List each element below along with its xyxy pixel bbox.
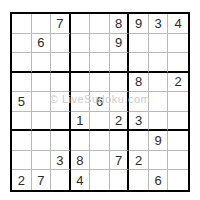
- sudoku-cell-r9c7[interactable]: [129, 170, 149, 190]
- sudoku-screen: © LiveSudoku.com 78934698256123938722746: [0, 0, 200, 200]
- given-digit: 1: [76, 114, 83, 127]
- sudoku-cell-r8c1[interactable]: [12, 151, 32, 171]
- sudoku-cell-r2c6[interactable]: 9: [110, 34, 130, 54]
- sudoku-cell-r7c3[interactable]: [51, 131, 71, 151]
- given-digit: 8: [76, 154, 83, 167]
- sudoku-cell-r5c5[interactable]: 6: [90, 92, 110, 112]
- sudoku-cell-r1c2[interactable]: [32, 14, 52, 34]
- given-digit: 6: [155, 174, 162, 187]
- sudoku-cell-r3c9[interactable]: [168, 53, 188, 73]
- sudoku-cell-r5c1[interactable]: 5: [12, 92, 32, 112]
- sudoku-cell-r6c5[interactable]: [90, 112, 110, 132]
- sudoku-cell-r9c4[interactable]: 4: [71, 170, 91, 190]
- sudoku-cell-r6c4[interactable]: 1: [71, 112, 91, 132]
- sudoku-cell-r8c9[interactable]: [168, 151, 188, 171]
- sudoku-cell-r6c8[interactable]: [149, 112, 169, 132]
- sudoku-board: 78934698256123938722746: [10, 12, 190, 192]
- sudoku-cell-r8c2[interactable]: [32, 151, 52, 171]
- sudoku-cell-r5c9[interactable]: [168, 92, 188, 112]
- sudoku-cell-r9c6[interactable]: [110, 170, 130, 190]
- given-digit: 9: [135, 17, 142, 30]
- sudoku-cell-r7c6[interactable]: [110, 131, 130, 151]
- sudoku-cell-r3c5[interactable]: [90, 53, 110, 73]
- given-digit: 6: [37, 36, 44, 49]
- sudoku-cell-r2c2[interactable]: 6: [32, 34, 52, 54]
- sudoku-cell-r5c6[interactable]: [110, 92, 130, 112]
- sudoku-cell-r3c6[interactable]: [110, 53, 130, 73]
- sudoku-cell-r4c8[interactable]: [149, 73, 169, 93]
- sudoku-cell-r1c6[interactable]: 8: [110, 14, 130, 34]
- sudoku-cell-r3c4[interactable]: [71, 53, 91, 73]
- given-digit: 2: [18, 174, 25, 187]
- sudoku-cell-r4c7[interactable]: 8: [129, 73, 149, 93]
- sudoku-cell-r6c6[interactable]: 2: [110, 112, 130, 132]
- sudoku-cell-r7c2[interactable]: [32, 131, 52, 151]
- sudoku-cell-r4c5[interactable]: [90, 73, 110, 93]
- given-digit: 4: [76, 174, 83, 187]
- sudoku-cell-r2c4[interactable]: [71, 34, 91, 54]
- sudoku-cell-r9c3[interactable]: [51, 170, 71, 190]
- sudoku-cell-r2c7[interactable]: [129, 34, 149, 54]
- given-digit: 3: [155, 17, 162, 30]
- sudoku-cell-r1c3[interactable]: 7: [51, 14, 71, 34]
- sudoku-cell-r6c7[interactable]: 3: [129, 112, 149, 132]
- sudoku-cell-r5c2[interactable]: [32, 92, 52, 112]
- sudoku-cell-r2c8[interactable]: [149, 34, 169, 54]
- sudoku-cell-r1c7[interactable]: 9: [129, 14, 149, 34]
- sudoku-cell-r8c8[interactable]: [149, 151, 169, 171]
- given-digit: 7: [115, 154, 122, 167]
- sudoku-cell-r2c5[interactable]: [90, 34, 110, 54]
- given-digit: 2: [135, 154, 142, 167]
- given-digit: 2: [175, 75, 182, 88]
- sudoku-cell-r6c1[interactable]: [12, 112, 32, 132]
- sudoku-cell-r7c4[interactable]: [71, 131, 91, 151]
- sudoku-cell-r3c2[interactable]: [32, 53, 52, 73]
- sudoku-cell-r5c8[interactable]: [149, 92, 169, 112]
- given-digit: 2: [115, 114, 122, 127]
- sudoku-cell-r3c3[interactable]: [51, 53, 71, 73]
- given-digit: 9: [155, 134, 162, 147]
- given-digit: 7: [56, 17, 63, 30]
- sudoku-cell-r8c4[interactable]: 8: [71, 151, 91, 171]
- sudoku-cell-r7c9[interactable]: [168, 131, 188, 151]
- sudoku-cell-r4c4[interactable]: [71, 73, 91, 93]
- given-digit: 8: [115, 17, 122, 30]
- sudoku-cell-r8c3[interactable]: 3: [51, 151, 71, 171]
- sudoku-cell-r8c7[interactable]: 2: [129, 151, 149, 171]
- sudoku-cell-r9c2[interactable]: 7: [32, 170, 52, 190]
- sudoku-cell-r7c1[interactable]: [12, 131, 32, 151]
- sudoku-cell-r6c3[interactable]: [51, 112, 71, 132]
- sudoku-cell-r5c4[interactable]: [71, 92, 91, 112]
- sudoku-cell-r9c1[interactable]: 2: [12, 170, 32, 190]
- sudoku-cell-r1c1[interactable]: [12, 14, 32, 34]
- sudoku-cell-r4c1[interactable]: [12, 73, 32, 93]
- given-digit: 9: [115, 36, 122, 49]
- given-digit: 7: [37, 174, 44, 187]
- given-digit: 4: [175, 17, 182, 30]
- sudoku-cell-r4c6[interactable]: [110, 73, 130, 93]
- sudoku-cell-r4c2[interactable]: [32, 73, 52, 93]
- sudoku-cell-r5c3[interactable]: [51, 92, 71, 112]
- sudoku-cell-r7c7[interactable]: [129, 131, 149, 151]
- sudoku-cell-r1c9[interactable]: 4: [168, 14, 188, 34]
- sudoku-cell-r1c8[interactable]: 3: [149, 14, 169, 34]
- sudoku-cell-r3c8[interactable]: [149, 53, 169, 73]
- sudoku-cell-r6c9[interactable]: [168, 112, 188, 132]
- sudoku-cell-r7c8[interactable]: 9: [149, 131, 169, 151]
- given-digit: 6: [96, 95, 103, 108]
- sudoku-cell-r1c5[interactable]: [90, 14, 110, 34]
- sudoku-cell-r9c5[interactable]: [90, 170, 110, 190]
- sudoku-cell-r9c9[interactable]: [168, 170, 188, 190]
- sudoku-cell-r2c1[interactable]: [12, 34, 32, 54]
- sudoku-cell-r9c8[interactable]: 6: [149, 170, 169, 190]
- sudoku-cell-r4c9[interactable]: 2: [168, 73, 188, 93]
- given-digit: 5: [18, 95, 25, 108]
- sudoku-cell-r8c6[interactable]: 7: [110, 151, 130, 171]
- sudoku-cell-r8c5[interactable]: [90, 151, 110, 171]
- sudoku-cell-r3c7[interactable]: [129, 53, 149, 73]
- sudoku-cell-r1c4[interactable]: [71, 14, 91, 34]
- sudoku-cell-r7c5[interactable]: [90, 131, 110, 151]
- sudoku-cell-r2c9[interactable]: [168, 34, 188, 54]
- given-digit: 3: [135, 114, 142, 127]
- sudoku-cell-r3c1[interactable]: [12, 53, 32, 73]
- sudoku-cell-r4c3[interactable]: [51, 73, 71, 93]
- given-digit: 3: [56, 154, 63, 167]
- sudoku-cell-r6c2[interactable]: [32, 112, 52, 132]
- sudoku-cell-r5c7[interactable]: [129, 92, 149, 112]
- sudoku-cell-r2c3[interactable]: [51, 34, 71, 54]
- given-digit: 8: [135, 75, 142, 88]
